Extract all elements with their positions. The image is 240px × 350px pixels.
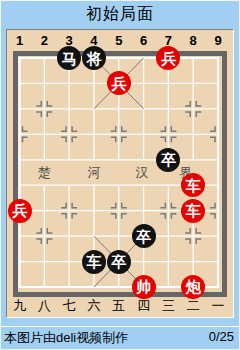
footer-divider xyxy=(0,326,240,327)
black-general[interactable]: 将 xyxy=(82,46,106,70)
black-chariot[interactable]: 车 xyxy=(82,250,106,274)
black-soldier[interactable]: 卒 xyxy=(156,148,180,172)
red-chariot[interactable]: 车 xyxy=(181,173,205,197)
red-soldier[interactable]: 兵 xyxy=(107,71,131,95)
red-chariot[interactable]: 车 xyxy=(181,199,205,223)
red-cannon[interactable]: 炮 xyxy=(181,275,205,299)
xiangqi-board xyxy=(0,0,240,350)
credit-text: 本图片由deli视频制作 xyxy=(4,329,128,347)
xiangqi-app: 初始局面 123456789 楚河汉界 九八七六五四三二一 马将兵兵卒车兵车卒车… xyxy=(0,0,240,350)
black-soldier[interactable]: 卒 xyxy=(132,224,156,248)
black-horse[interactable]: 马 xyxy=(57,46,81,70)
red-soldier[interactable]: 兵 xyxy=(8,199,32,223)
black-soldier[interactable]: 卒 xyxy=(107,250,131,274)
move-counter: 0/25 xyxy=(209,329,234,344)
red-king[interactable]: 帅 xyxy=(132,275,156,299)
red-soldier[interactable]: 兵 xyxy=(156,46,180,70)
